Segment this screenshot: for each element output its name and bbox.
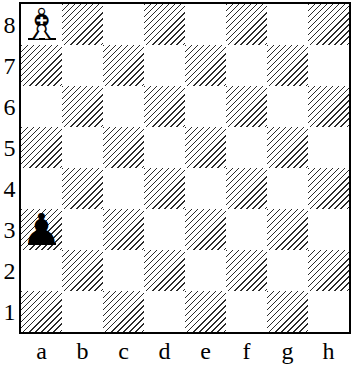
rank-labels: 87654321 xyxy=(0,2,19,332)
rank-label-5: 5 xyxy=(0,127,19,168)
square-g8[interactable] xyxy=(267,4,308,45)
square-c1[interactable] xyxy=(103,291,144,332)
square-d4[interactable] xyxy=(144,168,185,209)
square-c4[interactable] xyxy=(103,168,144,209)
chess-board: ♗♟ xyxy=(19,2,351,334)
square-e8[interactable] xyxy=(185,4,226,45)
square-c7[interactable] xyxy=(103,45,144,86)
square-e2[interactable] xyxy=(185,250,226,291)
square-c3[interactable] xyxy=(103,209,144,250)
white-bishop-piece[interactable]: ♗ xyxy=(22,4,61,45)
square-h1[interactable] xyxy=(308,291,349,332)
square-h8[interactable] xyxy=(308,4,349,45)
square-h2[interactable] xyxy=(308,250,349,291)
file-label-e: e xyxy=(185,334,226,368)
square-b3[interactable] xyxy=(62,209,103,250)
rank-label-8: 8 xyxy=(0,4,19,45)
square-h3[interactable] xyxy=(308,209,349,250)
black-pawn-piece[interactable]: ♟ xyxy=(22,209,61,250)
file-label-d: d xyxy=(144,334,185,368)
square-a7[interactable] xyxy=(21,45,62,86)
rank-label-6: 6 xyxy=(0,86,19,127)
square-f2[interactable] xyxy=(226,250,267,291)
square-h7[interactable] xyxy=(308,45,349,86)
square-b2[interactable] xyxy=(62,250,103,291)
chess-diagram: 87654321 ♗♟ abcdefgh xyxy=(0,0,352,370)
square-g2[interactable] xyxy=(267,250,308,291)
rank-label-4: 4 xyxy=(0,168,19,209)
file-label-b: b xyxy=(62,334,103,368)
rank-label-3: 3 xyxy=(0,209,19,250)
square-f3[interactable] xyxy=(226,209,267,250)
square-e3[interactable] xyxy=(185,209,226,250)
file-labels: abcdefgh xyxy=(21,334,352,368)
square-a5[interactable] xyxy=(21,127,62,168)
square-f4[interactable] xyxy=(226,168,267,209)
rank-label-7: 7 xyxy=(0,45,19,86)
square-d3[interactable] xyxy=(144,209,185,250)
square-c2[interactable] xyxy=(103,250,144,291)
square-d5[interactable] xyxy=(144,127,185,168)
square-d6[interactable] xyxy=(144,86,185,127)
square-g6[interactable] xyxy=(267,86,308,127)
square-b1[interactable] xyxy=(62,291,103,332)
square-d2[interactable] xyxy=(144,250,185,291)
board-with-rank-labels: 87654321 ♗♟ xyxy=(0,0,352,334)
square-d7[interactable] xyxy=(144,45,185,86)
square-a8[interactable]: ♗ xyxy=(21,4,62,45)
square-h4[interactable] xyxy=(308,168,349,209)
square-f8[interactable] xyxy=(226,4,267,45)
rank-label-1: 1 xyxy=(0,291,19,332)
rank-label-2: 2 xyxy=(0,250,19,291)
square-f1[interactable] xyxy=(226,291,267,332)
square-e1[interactable] xyxy=(185,291,226,332)
square-f7[interactable] xyxy=(226,45,267,86)
square-b5[interactable] xyxy=(62,127,103,168)
square-e4[interactable] xyxy=(185,168,226,209)
file-label-c: c xyxy=(103,334,144,368)
square-b4[interactable] xyxy=(62,168,103,209)
square-a3[interactable]: ♟ xyxy=(21,209,62,250)
square-g5[interactable] xyxy=(267,127,308,168)
square-a4[interactable] xyxy=(21,168,62,209)
square-g1[interactable] xyxy=(267,291,308,332)
square-f5[interactable] xyxy=(226,127,267,168)
square-g7[interactable] xyxy=(267,45,308,86)
file-label-f: f xyxy=(226,334,267,368)
square-b7[interactable] xyxy=(62,45,103,86)
square-b8[interactable] xyxy=(62,4,103,45)
square-b6[interactable] xyxy=(62,86,103,127)
square-c8[interactable] xyxy=(103,4,144,45)
square-e6[interactable] xyxy=(185,86,226,127)
file-label-a: a xyxy=(21,334,62,368)
square-d8[interactable] xyxy=(144,4,185,45)
square-d1[interactable] xyxy=(144,291,185,332)
square-f6[interactable] xyxy=(226,86,267,127)
square-e5[interactable] xyxy=(185,127,226,168)
square-g3[interactable] xyxy=(267,209,308,250)
square-a2[interactable] xyxy=(21,250,62,291)
square-c6[interactable] xyxy=(103,86,144,127)
file-label-g: g xyxy=(267,334,308,368)
square-c5[interactable] xyxy=(103,127,144,168)
square-a6[interactable] xyxy=(21,86,62,127)
square-h5[interactable] xyxy=(308,127,349,168)
square-a1[interactable] xyxy=(21,291,62,332)
file-label-h: h xyxy=(308,334,349,368)
square-e7[interactable] xyxy=(185,45,226,86)
square-g4[interactable] xyxy=(267,168,308,209)
square-h6[interactable] xyxy=(308,86,349,127)
